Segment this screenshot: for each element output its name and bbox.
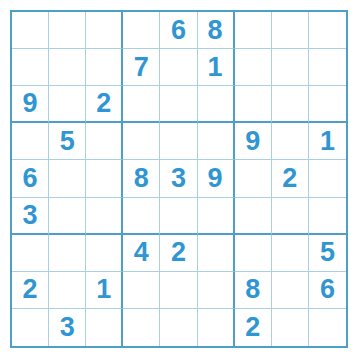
sudoku-page: 687192591683923425218632 bbox=[0, 0, 360, 360]
sudoku-cell-r4c4[interactable] bbox=[123, 123, 160, 160]
sudoku-cell-r7c3[interactable] bbox=[86, 235, 123, 272]
sudoku-cell-r9c3[interactable] bbox=[86, 309, 123, 346]
sudoku-cell-r5c7[interactable] bbox=[235, 160, 272, 197]
sudoku-cell-r9c9[interactable] bbox=[309, 309, 346, 346]
sudoku-cell-r8c5[interactable] bbox=[160, 272, 197, 309]
sudoku-cell-r1c5[interactable]: 6 bbox=[160, 12, 197, 49]
sudoku-cell-r2c8[interactable] bbox=[272, 49, 309, 86]
sudoku-cell-r3c8[interactable] bbox=[272, 86, 309, 123]
sudoku-cell-r6c3[interactable] bbox=[86, 198, 123, 235]
sudoku-cell-r9c2[interactable]: 3 bbox=[49, 309, 86, 346]
sudoku-cell-r3c7[interactable] bbox=[235, 86, 272, 123]
sudoku-cell-r7c8[interactable] bbox=[272, 235, 309, 272]
sudoku-cell-r1c2[interactable] bbox=[49, 12, 86, 49]
sudoku-cell-r8c3[interactable]: 1 bbox=[86, 272, 123, 309]
sudoku-cell-r9c5[interactable] bbox=[160, 309, 197, 346]
sudoku-cell-r9c8[interactable] bbox=[272, 309, 309, 346]
sudoku-cell-r2c5[interactable] bbox=[160, 49, 197, 86]
sudoku-cell-r4c5[interactable] bbox=[160, 123, 197, 160]
sudoku-cell-r7c7[interactable] bbox=[235, 235, 272, 272]
sudoku-cell-r8c1[interactable]: 2 bbox=[12, 272, 49, 309]
sudoku-cell-r3c6[interactable] bbox=[198, 86, 235, 123]
sudoku-cell-r9c4[interactable] bbox=[123, 309, 160, 346]
sudoku-cell-r3c3[interactable]: 2 bbox=[86, 86, 123, 123]
sudoku-cell-r6c1[interactable]: 3 bbox=[12, 198, 49, 235]
sudoku-cell-r5c6[interactable]: 9 bbox=[198, 160, 235, 197]
sudoku-cell-r7c2[interactable] bbox=[49, 235, 86, 272]
sudoku-cell-r4c9[interactable]: 1 bbox=[309, 123, 346, 160]
sudoku-cell-r1c4[interactable] bbox=[123, 12, 160, 49]
sudoku-cell-r4c1[interactable] bbox=[12, 123, 49, 160]
sudoku-cell-r8c7[interactable]: 8 bbox=[235, 272, 272, 309]
sudoku-cell-r3c2[interactable] bbox=[49, 86, 86, 123]
sudoku-cell-r6c8[interactable] bbox=[272, 198, 309, 235]
sudoku-cell-r6c4[interactable] bbox=[123, 198, 160, 235]
sudoku-cell-r5c3[interactable] bbox=[86, 160, 123, 197]
sudoku-cell-r7c1[interactable] bbox=[12, 235, 49, 272]
sudoku-cell-r6c5[interactable] bbox=[160, 198, 197, 235]
sudoku-cell-r7c4[interactable]: 4 bbox=[123, 235, 160, 272]
sudoku-cell-r6c6[interactable] bbox=[198, 198, 235, 235]
sudoku-cell-r2c9[interactable] bbox=[309, 49, 346, 86]
sudoku-cell-r3c4[interactable] bbox=[123, 86, 160, 123]
sudoku-cell-r8c8[interactable] bbox=[272, 272, 309, 309]
sudoku-cell-r7c9[interactable]: 5 bbox=[309, 235, 346, 272]
sudoku-cell-r5c5[interactable]: 3 bbox=[160, 160, 197, 197]
sudoku-cell-r2c7[interactable] bbox=[235, 49, 272, 86]
sudoku-cell-r4c6[interactable] bbox=[198, 123, 235, 160]
sudoku-cell-r9c6[interactable] bbox=[198, 309, 235, 346]
sudoku-cell-r5c4[interactable]: 8 bbox=[123, 160, 160, 197]
sudoku-cell-r4c3[interactable] bbox=[86, 123, 123, 160]
sudoku-cell-r9c7[interactable]: 2 bbox=[235, 309, 272, 346]
sudoku-cell-r2c3[interactable] bbox=[86, 49, 123, 86]
sudoku-cell-r2c2[interactable] bbox=[49, 49, 86, 86]
sudoku-cell-r3c9[interactable] bbox=[309, 86, 346, 123]
sudoku-cell-r8c9[interactable]: 6 bbox=[309, 272, 346, 309]
sudoku-cell-r2c1[interactable] bbox=[12, 49, 49, 86]
sudoku-cell-r1c1[interactable] bbox=[12, 12, 49, 49]
sudoku-cell-r1c7[interactable] bbox=[235, 12, 272, 49]
sudoku-cell-r6c9[interactable] bbox=[309, 198, 346, 235]
sudoku-cell-r5c2[interactable] bbox=[49, 160, 86, 197]
sudoku-cell-r2c4[interactable]: 7 bbox=[123, 49, 160, 86]
sudoku-cell-r1c6[interactable]: 8 bbox=[198, 12, 235, 49]
sudoku-cell-r3c5[interactable] bbox=[160, 86, 197, 123]
sudoku-cell-r2c6[interactable]: 1 bbox=[198, 49, 235, 86]
sudoku-cell-r5c8[interactable]: 2 bbox=[272, 160, 309, 197]
sudoku-cell-r8c4[interactable] bbox=[123, 272, 160, 309]
sudoku-cell-r8c6[interactable] bbox=[198, 272, 235, 309]
sudoku-cell-r7c6[interactable] bbox=[198, 235, 235, 272]
sudoku-cell-r1c8[interactable] bbox=[272, 12, 309, 49]
sudoku-cell-r3c1[interactable]: 9 bbox=[12, 86, 49, 123]
sudoku-cell-r1c3[interactable] bbox=[86, 12, 123, 49]
sudoku-cell-r6c2[interactable] bbox=[49, 198, 86, 235]
sudoku-cell-r7c5[interactable]: 2 bbox=[160, 235, 197, 272]
sudoku-cell-r8c2[interactable] bbox=[49, 272, 86, 309]
sudoku-cell-r6c7[interactable] bbox=[235, 198, 272, 235]
sudoku-cell-r1c9[interactable] bbox=[309, 12, 346, 49]
sudoku-cell-r9c1[interactable] bbox=[12, 309, 49, 346]
sudoku-cell-r5c1[interactable]: 6 bbox=[12, 160, 49, 197]
sudoku-cell-r4c2[interactable]: 5 bbox=[49, 123, 86, 160]
sudoku-board: 687192591683923425218632 bbox=[10, 10, 348, 348]
sudoku-cell-r4c8[interactable] bbox=[272, 123, 309, 160]
sudoku-cell-r4c7[interactable]: 9 bbox=[235, 123, 272, 160]
sudoku-cell-r5c9[interactable] bbox=[309, 160, 346, 197]
